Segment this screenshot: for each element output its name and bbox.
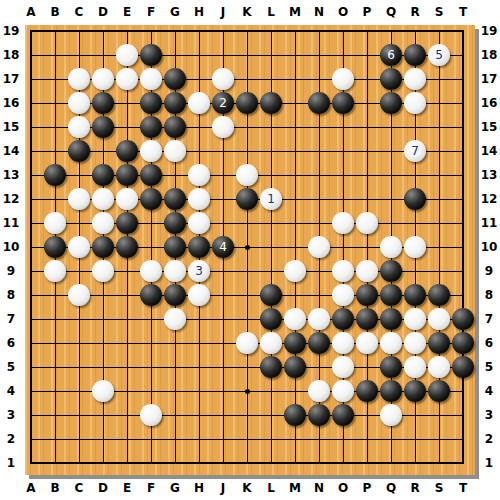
stones-layer: 6527143 — [19, 19, 475, 475]
col-label-P: P — [355, 478, 379, 498]
row-label-6: 6 — [478, 331, 500, 355]
col-label-B: B — [43, 478, 67, 498]
move-number-label: 4 — [219, 241, 227, 253]
row-label-16: 16 — [478, 91, 500, 115]
row-label-7: 7 — [478, 307, 500, 331]
white-stone-Q6 — [380, 332, 402, 354]
white-stone-R5 — [404, 356, 426, 378]
black-stone-M5 — [284, 356, 306, 378]
col-label-H: H — [187, 478, 211, 498]
black-stone-Q4 — [380, 380, 402, 402]
black-stone-K16 — [236, 92, 258, 114]
white-stone-K6 — [236, 332, 258, 354]
white-stone-D12 — [92, 188, 114, 210]
black-stone-E10 — [116, 236, 138, 258]
black-stone-F13 — [140, 164, 162, 186]
black-stone-K12 — [236, 188, 258, 210]
white-stone-G14 — [164, 140, 186, 162]
black-stone-E11 — [116, 212, 138, 234]
row-labels-right: 19181716151413121110987654321 — [478, 19, 500, 475]
white-stone-O8 — [332, 284, 354, 306]
black-stone-S4 — [428, 380, 450, 402]
black-stone-P7 — [356, 308, 378, 330]
black-stone-Q9 — [380, 260, 402, 282]
go-board[interactable]: 6527143 — [25, 25, 475, 475]
white-stone-R16 — [404, 92, 426, 114]
move-number-label: 7 — [411, 145, 419, 157]
row-label-1: 1 — [478, 451, 500, 475]
white-stone-D17 — [92, 68, 114, 90]
black-stone-Q8 — [380, 284, 402, 306]
white-stone-C17 — [68, 68, 90, 90]
white-stone-E18 — [116, 44, 138, 66]
black-stone-T5 — [452, 356, 474, 378]
white-stone-F3 — [140, 404, 162, 426]
black-stone-F16 — [140, 92, 162, 114]
col-label-A: A — [19, 478, 43, 498]
white-stone-C16 — [68, 92, 90, 114]
black-stone-L7 — [260, 308, 282, 330]
black-stone-O3 — [332, 404, 354, 426]
move-number-label: 3 — [195, 265, 203, 277]
move-number-label: 5 — [435, 49, 443, 61]
white-stone-O9 — [332, 260, 354, 282]
black-stone-N6 — [308, 332, 330, 354]
black-stone-G8 — [164, 284, 186, 306]
white-stone-O5 — [332, 356, 354, 378]
row-label-13: 13 — [478, 163, 500, 187]
black-stone-H10 — [188, 236, 210, 258]
black-stone-L8 — [260, 284, 282, 306]
white-stone-K13 — [236, 164, 258, 186]
white-stone-C8 — [68, 284, 90, 306]
white-stone-L12: 1 — [260, 188, 282, 210]
black-stone-G11 — [164, 212, 186, 234]
row-label-10: 10 — [478, 235, 500, 259]
white-stone-H9: 3 — [188, 260, 210, 282]
black-stone-G15 — [164, 116, 186, 138]
row-label-2: 2 — [478, 427, 500, 451]
black-stone-O7 — [332, 308, 354, 330]
row-label-12: 12 — [478, 187, 500, 211]
col-label-E: E — [115, 478, 139, 498]
move-number-label: 2 — [219, 97, 227, 109]
white-stone-C15 — [68, 116, 90, 138]
col-label-T: T — [451, 478, 475, 498]
col-label-M: M — [283, 478, 307, 498]
black-stone-E14 — [116, 140, 138, 162]
black-stone-J10: 4 — [212, 236, 234, 258]
row-label-15: 15 — [478, 115, 500, 139]
white-stone-H12 — [188, 188, 210, 210]
white-stone-B11 — [44, 212, 66, 234]
col-label-J: J — [211, 478, 235, 498]
white-stone-R10 — [404, 236, 426, 258]
white-stone-J17 — [212, 68, 234, 90]
black-stone-N3 — [308, 404, 330, 426]
black-stone-S6 — [428, 332, 450, 354]
white-stone-N10 — [308, 236, 330, 258]
black-stone-O16 — [332, 92, 354, 114]
white-stone-C12 — [68, 188, 90, 210]
black-stone-F12 — [140, 188, 162, 210]
white-stone-D4 — [92, 380, 114, 402]
white-stone-E12 — [116, 188, 138, 210]
white-stone-O11 — [332, 212, 354, 234]
black-stone-Q7 — [380, 308, 402, 330]
white-stone-F9 — [140, 260, 162, 282]
black-stone-C14 — [68, 140, 90, 162]
white-stone-N7 — [308, 308, 330, 330]
white-stone-N4 — [308, 380, 330, 402]
white-stone-O6 — [332, 332, 354, 354]
black-stone-G12 — [164, 188, 186, 210]
row-label-8: 8 — [478, 283, 500, 307]
white-stone-P11 — [356, 212, 378, 234]
black-stone-D15 — [92, 116, 114, 138]
white-stone-L6 — [260, 332, 282, 354]
white-stone-H11 — [188, 212, 210, 234]
col-label-C: C — [67, 478, 91, 498]
black-stone-M6 — [284, 332, 306, 354]
go-board-screenshot: ABCDEFGHJKLMNOPQRST ABCDEFGHJKLMNOPQRST … — [0, 0, 500, 500]
white-stone-E17 — [116, 68, 138, 90]
black-stone-T7 — [452, 308, 474, 330]
white-stone-M7 — [284, 308, 306, 330]
white-stone-G7 — [164, 308, 186, 330]
white-stone-F14 — [140, 140, 162, 162]
col-label-N: N — [307, 478, 331, 498]
black-stone-B10 — [44, 236, 66, 258]
black-stone-M3 — [284, 404, 306, 426]
col-label-S: S — [427, 478, 451, 498]
black-stone-E13 — [116, 164, 138, 186]
black-stone-R4 — [404, 380, 426, 402]
col-label-R: R — [403, 478, 427, 498]
white-stone-H16 — [188, 92, 210, 114]
black-stone-D10 — [92, 236, 114, 258]
black-stone-R8 — [404, 284, 426, 306]
black-stone-D16 — [92, 92, 114, 114]
row-label-3: 3 — [478, 403, 500, 427]
col-label-Q: Q — [379, 478, 403, 498]
column-labels-bottom: ABCDEFGHJKLMNOPQRST — [19, 478, 475, 498]
row-label-18: 18 — [478, 43, 500, 67]
white-stone-R14: 7 — [404, 140, 426, 162]
col-label-O: O — [331, 478, 355, 498]
black-stone-G17 — [164, 68, 186, 90]
black-stone-F8 — [140, 284, 162, 306]
row-label-17: 17 — [478, 67, 500, 91]
black-stone-F15 — [140, 116, 162, 138]
col-label-K: K — [235, 478, 259, 498]
black-stone-S8 — [428, 284, 450, 306]
row-label-5: 5 — [478, 355, 500, 379]
black-stone-G16 — [164, 92, 186, 114]
black-stone-L16 — [260, 92, 282, 114]
white-stone-G9 — [164, 260, 186, 282]
black-stone-G10 — [164, 236, 186, 258]
black-stone-Q17 — [380, 68, 402, 90]
white-stone-P9 — [356, 260, 378, 282]
col-label-G: G — [163, 478, 187, 498]
white-stone-P6 — [356, 332, 378, 354]
white-stone-B9 — [44, 260, 66, 282]
white-stone-D9 — [92, 260, 114, 282]
black-stone-Q18: 6 — [380, 44, 402, 66]
black-stone-F18 — [140, 44, 162, 66]
row-label-4: 4 — [478, 379, 500, 403]
black-stone-B13 — [44, 164, 66, 186]
black-stone-N16 — [308, 92, 330, 114]
col-label-F: F — [139, 478, 163, 498]
row-label-19: 19 — [478, 19, 500, 43]
white-stone-R7 — [404, 308, 426, 330]
move-number-label: 6 — [387, 49, 395, 61]
white-stone-S18: 5 — [428, 44, 450, 66]
row-label-9: 9 — [478, 259, 500, 283]
white-stone-M9 — [284, 260, 306, 282]
white-stone-S5 — [428, 356, 450, 378]
white-stone-Q3 — [380, 404, 402, 426]
white-stone-R17 — [404, 68, 426, 90]
white-stone-O17 — [332, 68, 354, 90]
move-number-label: 1 — [267, 193, 275, 205]
white-stone-R6 — [404, 332, 426, 354]
white-stone-F17 — [140, 68, 162, 90]
black-stone-T6 — [452, 332, 474, 354]
white-stone-C10 — [68, 236, 90, 258]
black-stone-Q16 — [380, 92, 402, 114]
black-stone-L5 — [260, 356, 282, 378]
black-stone-R12 — [404, 188, 426, 210]
white-stone-Q10 — [380, 236, 402, 258]
black-stone-P4 — [356, 380, 378, 402]
white-stone-D11 — [92, 212, 114, 234]
black-stone-Q5 — [380, 356, 402, 378]
row-label-14: 14 — [478, 139, 500, 163]
white-stone-S7 — [428, 308, 450, 330]
col-label-L: L — [259, 478, 283, 498]
row-label-11: 11 — [478, 211, 500, 235]
black-stone-R18 — [404, 44, 426, 66]
white-stone-O4 — [332, 380, 354, 402]
col-label-D: D — [91, 478, 115, 498]
black-stone-P8 — [356, 284, 378, 306]
black-stone-J16: 2 — [212, 92, 234, 114]
white-stone-J15 — [212, 116, 234, 138]
white-stone-H13 — [188, 164, 210, 186]
black-stone-D13 — [92, 164, 114, 186]
white-stone-H8 — [188, 284, 210, 306]
